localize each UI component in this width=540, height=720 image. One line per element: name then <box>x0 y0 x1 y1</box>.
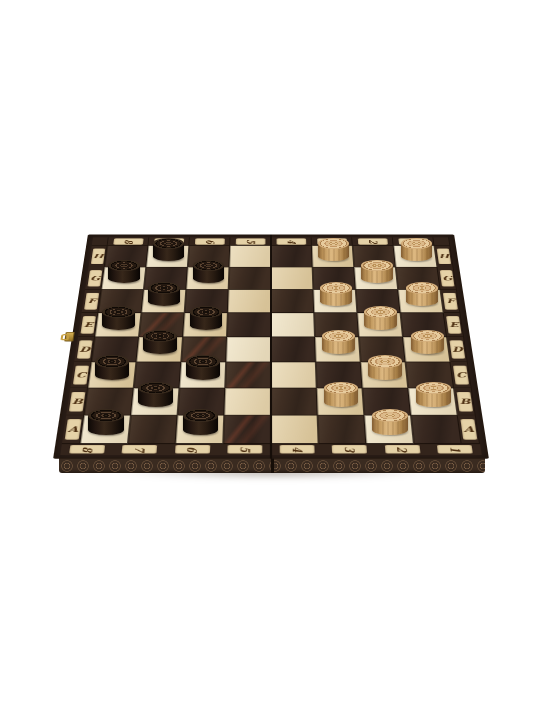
checker-white-F3[interactable] <box>320 282 352 305</box>
checker-top <box>372 409 408 422</box>
checker-white-H3[interactable] <box>318 238 349 261</box>
checker-white-E2[interactable] <box>364 306 397 330</box>
checker-top <box>183 409 219 422</box>
checker-black-A8[interactable] <box>88 409 124 435</box>
product-photo: 87654321HHGGFFEEDDCCBBAA87654321 <box>0 0 540 720</box>
checker-black-C8[interactable] <box>95 355 129 380</box>
checker-white-D1[interactable] <box>411 330 444 354</box>
checker-top <box>95 355 129 367</box>
checker-white-H1[interactable] <box>401 238 432 261</box>
pieces-layer <box>0 0 540 720</box>
checker-top <box>102 306 135 318</box>
checker-white-D3[interactable] <box>322 330 355 354</box>
checker-black-E6[interactable] <box>190 306 223 330</box>
checker-black-A6[interactable] <box>183 409 219 435</box>
checker-top <box>406 282 438 294</box>
checker-white-G2[interactable] <box>361 260 393 283</box>
checker-white-B1[interactable] <box>416 382 451 407</box>
checker-top <box>88 409 124 422</box>
checker-white-C2[interactable] <box>368 355 402 380</box>
checker-top <box>368 355 402 367</box>
checker-black-G6[interactable] <box>193 260 225 283</box>
checker-black-G8[interactable] <box>108 260 140 283</box>
checker-black-C6[interactable] <box>186 355 220 380</box>
checker-black-E8[interactable] <box>102 306 135 330</box>
checker-black-B7[interactable] <box>138 382 173 407</box>
checker-white-F1[interactable] <box>406 282 438 305</box>
checker-black-F7[interactable] <box>148 282 180 305</box>
checker-black-H7[interactable] <box>153 238 184 261</box>
checker-black-D7[interactable] <box>143 330 176 354</box>
checker-white-B3[interactable] <box>324 382 359 407</box>
checker-top <box>190 306 223 318</box>
checker-top <box>364 306 397 318</box>
checker-white-A2[interactable] <box>372 409 408 435</box>
checker-top <box>186 355 220 367</box>
